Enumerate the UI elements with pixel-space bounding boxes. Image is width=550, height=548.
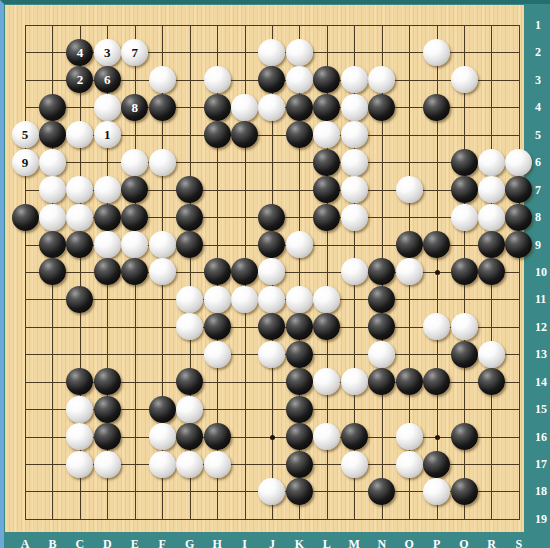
grid-line-horizontal bbox=[25, 519, 520, 520]
stone-L6[interactable] bbox=[313, 149, 340, 176]
stone-F10[interactable] bbox=[149, 258, 176, 285]
stone-D3-move-6[interactable]: 6 bbox=[94, 66, 121, 93]
stone-M6[interactable] bbox=[341, 149, 368, 176]
row-label-17: 17 bbox=[535, 457, 547, 472]
star-point bbox=[435, 270, 440, 275]
stone-O9[interactable] bbox=[396, 231, 423, 258]
row-label-16: 16 bbox=[535, 429, 547, 444]
stone-O7[interactable] bbox=[396, 176, 423, 203]
stone-D9[interactable] bbox=[94, 231, 121, 258]
stone-I4[interactable] bbox=[231, 94, 258, 121]
stone-Q13[interactable] bbox=[451, 341, 478, 368]
column-label-J: J bbox=[269, 537, 275, 548]
column-label-M: M bbox=[349, 537, 360, 548]
stone-Q8[interactable] bbox=[451, 204, 478, 231]
column-label-B: B bbox=[48, 537, 56, 548]
row-label-19: 19 bbox=[535, 511, 547, 526]
stone-N18[interactable] bbox=[368, 478, 395, 505]
stone-Q12[interactable] bbox=[451, 313, 478, 340]
row-label-2: 2 bbox=[535, 45, 541, 60]
stone-H17[interactable] bbox=[204, 451, 231, 478]
stone-F16[interactable] bbox=[149, 423, 176, 450]
stone-K13[interactable] bbox=[286, 341, 313, 368]
stone-N4[interactable] bbox=[368, 94, 395, 121]
stone-S8[interactable] bbox=[505, 204, 532, 231]
column-label-A: A bbox=[21, 537, 30, 548]
row-label-4: 4 bbox=[535, 100, 541, 115]
stone-D2-move-3[interactable]: 3 bbox=[94, 39, 121, 66]
stone-G9[interactable] bbox=[176, 231, 203, 258]
stone-B7[interactable] bbox=[39, 176, 66, 203]
row-label-8: 8 bbox=[535, 210, 541, 225]
column-label-D: D bbox=[103, 537, 112, 548]
stone-D16[interactable] bbox=[94, 423, 121, 450]
stone-N13[interactable] bbox=[368, 341, 395, 368]
stone-D14[interactable] bbox=[94, 368, 121, 395]
stone-R8[interactable] bbox=[478, 204, 505, 231]
row-label-11: 11 bbox=[535, 292, 546, 307]
stone-O17[interactable] bbox=[396, 451, 423, 478]
stone-K15[interactable] bbox=[286, 396, 313, 423]
stone-E8[interactable] bbox=[121, 204, 148, 231]
stone-P2[interactable] bbox=[423, 39, 450, 66]
stone-J8[interactable] bbox=[258, 204, 285, 231]
stone-P18[interactable] bbox=[423, 478, 450, 505]
stone-H11[interactable] bbox=[204, 286, 231, 313]
stone-R9[interactable] bbox=[478, 231, 505, 258]
star-point bbox=[435, 435, 440, 440]
column-label-H: H bbox=[212, 537, 221, 548]
star-point bbox=[270, 435, 275, 440]
stone-H5[interactable] bbox=[204, 121, 231, 148]
stone-C17[interactable] bbox=[66, 451, 93, 478]
row-label-1: 1 bbox=[535, 18, 541, 33]
stone-R13[interactable] bbox=[478, 341, 505, 368]
stone-K4[interactable] bbox=[286, 94, 313, 121]
stone-F15[interactable] bbox=[149, 396, 176, 423]
stone-F3[interactable] bbox=[149, 66, 176, 93]
row-label-3: 3 bbox=[535, 72, 541, 87]
stone-I11[interactable] bbox=[231, 286, 258, 313]
stone-M5[interactable] bbox=[341, 121, 368, 148]
stone-A5-move-5[interactable]: 5 bbox=[12, 121, 39, 148]
row-label-5: 5 bbox=[535, 127, 541, 142]
stone-F9[interactable] bbox=[149, 231, 176, 258]
stone-H3[interactable] bbox=[204, 66, 231, 93]
stone-M14[interactable] bbox=[341, 368, 368, 395]
stone-E2-move-7[interactable]: 7 bbox=[121, 39, 148, 66]
stone-H10[interactable] bbox=[204, 258, 231, 285]
stone-G11[interactable] bbox=[176, 286, 203, 313]
column-label-C: C bbox=[76, 537, 85, 548]
stone-S7[interactable] bbox=[505, 176, 532, 203]
stone-F6[interactable] bbox=[149, 149, 176, 176]
stone-D17[interactable] bbox=[94, 451, 121, 478]
stone-L8[interactable] bbox=[313, 204, 340, 231]
stone-C8[interactable] bbox=[66, 204, 93, 231]
stone-K11[interactable] bbox=[286, 286, 313, 313]
stone-Q6[interactable] bbox=[451, 149, 478, 176]
stone-K9[interactable] bbox=[286, 231, 313, 258]
stone-M3[interactable] bbox=[341, 66, 368, 93]
stone-D7[interactable] bbox=[94, 176, 121, 203]
stone-G15[interactable] bbox=[176, 396, 203, 423]
stone-K18[interactable] bbox=[286, 478, 313, 505]
row-label-14: 14 bbox=[535, 374, 547, 389]
stone-B9[interactable] bbox=[39, 231, 66, 258]
stone-B6[interactable] bbox=[39, 149, 66, 176]
stone-D8[interactable] bbox=[94, 204, 121, 231]
go-board-screenshot: 437268519 ABCDEFGHIJKLMNOPQRS 1234567891… bbox=[0, 0, 550, 548]
stone-B8[interactable] bbox=[39, 204, 66, 231]
stone-G8[interactable] bbox=[176, 204, 203, 231]
stone-O10[interactable] bbox=[396, 258, 423, 285]
stone-H13[interactable] bbox=[204, 341, 231, 368]
row-label-15: 15 bbox=[535, 402, 547, 417]
stone-Q3[interactable] bbox=[451, 66, 478, 93]
stone-E4-move-8[interactable]: 8 bbox=[121, 94, 148, 121]
stone-M7[interactable] bbox=[341, 176, 368, 203]
stone-M17[interactable] bbox=[341, 451, 368, 478]
stone-K2[interactable] bbox=[286, 39, 313, 66]
column-label-Q: Q bbox=[459, 537, 468, 548]
stone-O14[interactable] bbox=[396, 368, 423, 395]
stone-B5[interactable] bbox=[39, 121, 66, 148]
stone-M16[interactable] bbox=[341, 423, 368, 450]
column-label-P: P bbox=[433, 537, 440, 548]
column-label-K: K bbox=[295, 537, 304, 548]
column-label-S: S bbox=[516, 537, 523, 548]
column-label-E: E bbox=[131, 537, 139, 548]
stone-R14[interactable] bbox=[478, 368, 505, 395]
stone-L4[interactable] bbox=[313, 94, 340, 121]
stone-Q18[interactable] bbox=[451, 478, 478, 505]
column-label-I: I bbox=[242, 537, 247, 548]
stone-G17[interactable] bbox=[176, 451, 203, 478]
row-label-13: 13 bbox=[535, 347, 547, 362]
stone-A8[interactable] bbox=[12, 204, 39, 231]
stone-C15[interactable] bbox=[66, 396, 93, 423]
stone-S6[interactable] bbox=[505, 149, 532, 176]
stone-Q7[interactable] bbox=[451, 176, 478, 203]
stone-R7[interactable] bbox=[478, 176, 505, 203]
stone-D15[interactable] bbox=[94, 396, 121, 423]
row-label-7: 7 bbox=[535, 182, 541, 197]
stone-R6[interactable] bbox=[478, 149, 505, 176]
column-label-G: G bbox=[185, 537, 194, 548]
row-label-12: 12 bbox=[535, 319, 547, 334]
stone-H12[interactable] bbox=[204, 313, 231, 340]
stone-F17[interactable] bbox=[149, 451, 176, 478]
stone-K17[interactable] bbox=[286, 451, 313, 478]
stone-H16[interactable] bbox=[204, 423, 231, 450]
stone-D4[interactable] bbox=[94, 94, 121, 121]
stone-P17[interactable] bbox=[423, 451, 450, 478]
column-label-R: R bbox=[487, 537, 496, 548]
column-label-O: O bbox=[404, 537, 413, 548]
stone-P9[interactable] bbox=[423, 231, 450, 258]
stone-P4[interactable] bbox=[423, 94, 450, 121]
stone-B4[interactable] bbox=[39, 94, 66, 121]
grid-line-vertical bbox=[519, 25, 520, 520]
column-label-L: L bbox=[323, 537, 331, 548]
stone-S9[interactable] bbox=[505, 231, 532, 258]
stone-D5-move-1[interactable]: 1 bbox=[94, 121, 121, 148]
stone-Q16[interactable] bbox=[451, 423, 478, 450]
stone-Q10[interactable] bbox=[451, 258, 478, 285]
stone-K16[interactable] bbox=[286, 423, 313, 450]
stone-K5[interactable] bbox=[286, 121, 313, 148]
column-label-N: N bbox=[377, 537, 386, 548]
stone-M4[interactable] bbox=[341, 94, 368, 121]
stone-E6[interactable] bbox=[121, 149, 148, 176]
stone-O16[interactable] bbox=[396, 423, 423, 450]
stone-A6-move-9[interactable]: 9 bbox=[12, 149, 39, 176]
column-label-F: F bbox=[159, 537, 166, 548]
row-label-6: 6 bbox=[535, 155, 541, 170]
stone-H4[interactable] bbox=[204, 94, 231, 121]
row-label-9: 9 bbox=[535, 237, 541, 252]
stone-M8[interactable] bbox=[341, 204, 368, 231]
row-label-18: 18 bbox=[535, 484, 547, 499]
stone-F4[interactable] bbox=[149, 94, 176, 121]
stone-K14[interactable] bbox=[286, 368, 313, 395]
row-label-10: 10 bbox=[535, 264, 547, 279]
stone-N11[interactable] bbox=[368, 286, 395, 313]
